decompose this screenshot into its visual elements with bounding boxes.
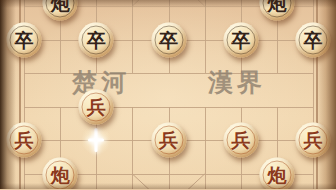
grid-line (313, 73, 314, 107)
piece-black-pawn[interactable]: 卒 (151, 22, 186, 57)
black-pawn-glyph: 卒 (304, 30, 323, 49)
piece-black-pawn[interactable]: 卒 (7, 22, 42, 57)
grid-line (24, 73, 313, 74)
black-cannon-glyph: 炮 (267, 0, 286, 13)
piece-black-pawn[interactable]: 卒 (223, 22, 258, 57)
red-cannon-glyph: 炮 (267, 166, 286, 185)
piece-red-pawn[interactable]: 兵 (296, 123, 331, 158)
xiangqi-board[interactable]: 楚河 漢界 炮炮卒卒卒卒卒兵兵兵兵兵炮炮 (0, 0, 336, 189)
red-pawn-glyph: 兵 (304, 131, 323, 150)
black-pawn-glyph: 卒 (159, 30, 178, 49)
red-pawn-glyph: 兵 (159, 131, 178, 150)
grid-line (24, 73, 25, 107)
black-cannon-glyph: 炮 (51, 0, 70, 13)
grid-line (132, 0, 133, 73)
piece-black-pawn[interactable]: 卒 (79, 22, 114, 57)
piece-red-pawn[interactable]: 兵 (79, 89, 114, 124)
grid-line (132, 107, 133, 189)
black-pawn-glyph: 卒 (231, 30, 250, 49)
piece-red-pawn[interactable]: 兵 (223, 123, 258, 158)
piece-red-cannon[interactable]: 炮 (43, 158, 78, 190)
piece-black-pawn[interactable]: 卒 (296, 22, 331, 57)
piece-red-cannon[interactable]: 炮 (259, 158, 294, 190)
river-label-han-jie: 漢界 (208, 69, 266, 97)
black-pawn-glyph: 卒 (15, 30, 34, 49)
piece-red-pawn[interactable]: 兵 (7, 123, 42, 158)
red-cannon-glyph: 炮 (51, 166, 70, 185)
red-pawn-glyph: 兵 (87, 97, 106, 116)
piece-red-pawn[interactable]: 兵 (151, 123, 186, 158)
red-pawn-glyph: 兵 (231, 131, 250, 150)
grid-line (205, 0, 206, 73)
black-pawn-glyph: 卒 (87, 30, 106, 49)
red-pawn-glyph: 兵 (15, 131, 34, 150)
grid-line (205, 107, 206, 189)
